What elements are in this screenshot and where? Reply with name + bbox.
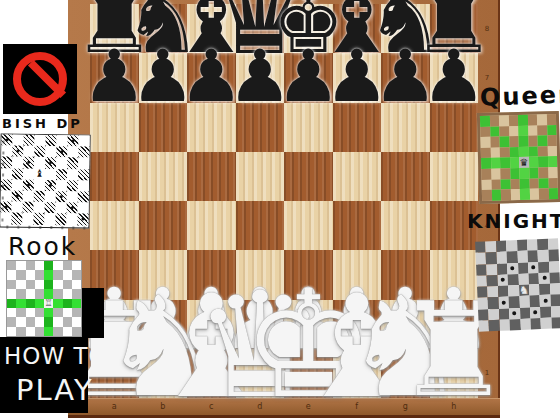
mini-cell	[72, 299, 81, 308]
mini-cell: ♖	[44, 299, 53, 308]
mini-cell	[12, 146, 23, 157]
mini-coord-tick	[83, 226, 85, 229]
mini-cell	[539, 188, 549, 199]
mini-cell	[518, 115, 528, 126]
mini-cell	[63, 299, 72, 308]
mini-cell	[35, 299, 44, 308]
mini-cell	[475, 241, 486, 253]
mini-cell	[528, 262, 539, 274]
move-dot	[16, 150, 19, 153]
prohibition-icon	[13, 52, 67, 106]
mini-cell	[7, 289, 16, 298]
mini-cell	[35, 280, 44, 289]
mini-cell	[507, 263, 518, 275]
mini-cell	[501, 189, 511, 200]
mini-cell	[551, 306, 560, 318]
move-dot	[6, 139, 9, 142]
how-to-play-line2: PLAY	[16, 373, 94, 407]
mini-cell	[538, 261, 549, 273]
mini-cell	[509, 307, 520, 319]
mini-cell	[527, 239, 538, 251]
mini-cell	[496, 240, 507, 252]
move-dot	[533, 310, 537, 314]
mini-cell	[23, 179, 34, 190]
knight-moves-diagram[interactable]: ♞	[475, 238, 560, 332]
mini-cell	[78, 169, 89, 180]
mini-cell	[16, 317, 25, 326]
mini-cell	[34, 191, 45, 202]
mini-cell	[510, 179, 520, 190]
move-dot	[27, 161, 30, 164]
mini-coord-tick	[3, 140, 5, 143]
mini-cell	[499, 308, 510, 320]
mini-cell	[518, 136, 528, 147]
mini-cell	[520, 189, 530, 200]
mini-cell	[507, 251, 518, 263]
mini-cell	[539, 178, 549, 189]
mini-cell	[487, 275, 498, 287]
mini-cell	[63, 261, 72, 270]
mini-cell	[538, 250, 549, 262]
mini-coord-tick	[61, 226, 63, 229]
mini-cell	[547, 156, 557, 167]
mini-cell	[56, 180, 67, 191]
mini-cell	[519, 147, 529, 158]
mini-cell	[63, 327, 72, 336]
mini-cell	[548, 178, 558, 189]
move-dot	[511, 266, 515, 270]
mini-cell	[529, 284, 540, 296]
mini-cell	[77, 214, 88, 225]
mini-cell	[500, 147, 510, 158]
mini-cell	[7, 280, 16, 289]
mini-cell	[486, 252, 497, 264]
mini-cell	[530, 307, 541, 319]
mini-cell	[548, 238, 559, 250]
mini-cell	[26, 270, 35, 279]
mini-cell	[67, 202, 78, 213]
mini-cell	[482, 179, 492, 190]
mini-cell	[12, 157, 23, 168]
mini-cell	[550, 294, 560, 306]
mini-cell	[16, 280, 25, 289]
move-dot	[542, 276, 546, 280]
move-dot	[49, 184, 52, 187]
mini-cell	[78, 135, 89, 146]
mini-cell	[72, 261, 81, 270]
mini-cell	[551, 317, 560, 329]
mini-cell	[23, 168, 34, 179]
mini-cell	[485, 241, 496, 253]
mini-cell	[66, 214, 77, 225]
mini-cell	[72, 317, 81, 326]
queen-panel-title: Queen	[480, 80, 560, 111]
mini-cell	[528, 273, 539, 285]
mini-cell	[72, 280, 81, 289]
mini-cell	[509, 126, 519, 137]
chess-app: ♜♞♝♛♚♝♞♜♟♟♟♟♟♟♟♟♟♟♟♟♟♟♟♟♜♞♝♛♚♝♞♜ abcdefg…	[0, 0, 560, 420]
mini-cell	[537, 135, 547, 146]
mini-cell	[78, 147, 89, 158]
mini-coord-tick	[50, 226, 52, 229]
mini-cell	[510, 319, 521, 331]
mini-cell	[517, 251, 528, 263]
mini-cell	[538, 146, 548, 157]
mini-cell	[72, 270, 81, 279]
mini-cell	[489, 116, 499, 127]
mini-cell	[26, 327, 35, 336]
mini-cell	[44, 317, 53, 326]
mini-cell	[550, 283, 560, 295]
mini-cell	[538, 157, 548, 168]
mini-cell	[55, 214, 66, 225]
prohibition-slash	[28, 60, 66, 98]
mini-cell	[546, 114, 556, 125]
mini-cell	[16, 261, 25, 270]
mini-cell	[499, 126, 509, 137]
rook-panel-title: Rook	[8, 232, 77, 261]
mini-cell	[67, 191, 78, 202]
mini-cell	[510, 189, 520, 200]
mini-cell	[486, 263, 497, 275]
mini-cell	[26, 299, 35, 308]
mini-cell	[12, 135, 23, 146]
mini-coord-tick	[2, 151, 4, 154]
mini-coord-tick	[17, 225, 19, 228]
mini-coord-tick	[2, 174, 4, 177]
mini-cell	[519, 168, 529, 179]
move-dot	[71, 207, 74, 210]
mini-cell	[45, 157, 56, 168]
mini-cell	[44, 270, 53, 279]
mini-cell	[72, 327, 81, 336]
mini-cell	[56, 191, 67, 202]
mini-cell	[56, 158, 67, 169]
mini-cell	[22, 213, 33, 224]
mini-cell	[529, 178, 539, 189]
queen-moves-diagram[interactable]: ♛	[477, 111, 560, 204]
mini-cell	[12, 191, 23, 202]
move-dot	[543, 299, 547, 303]
bishop-panel-title: BISH DP	[2, 116, 88, 131]
move-dot	[501, 278, 505, 282]
mini-cell	[12, 179, 23, 190]
mini-cell	[537, 125, 547, 136]
mini-cell	[520, 318, 531, 330]
mini-cell	[478, 309, 489, 321]
mini-cell	[23, 191, 34, 202]
knight-panel-title: KNIGHT	[467, 209, 560, 233]
no-entry-button[interactable]	[3, 44, 77, 114]
mini-cell	[537, 239, 548, 251]
mini-cell	[35, 270, 44, 279]
mini-cell	[26, 308, 35, 317]
chess-board: ♜♞♝♛♚♝♞♜♟♟♟♟♟♟♟♟♟♟♟♟♟♟♟♟♜♞♝♛♚♝♞♜ abcdefg…	[68, 0, 500, 418]
mini-cell	[509, 147, 519, 158]
mini-cell	[517, 240, 528, 252]
mini-cell	[67, 135, 78, 146]
mini-cell	[476, 253, 487, 265]
mini-cell	[499, 115, 509, 126]
mini-cell	[23, 146, 34, 157]
mini-cell	[548, 188, 558, 199]
mini-cell	[499, 319, 510, 331]
mini-cell	[12, 168, 23, 179]
mini-cell	[7, 299, 16, 308]
mini-cell	[67, 158, 78, 169]
mini-cell	[490, 137, 500, 148]
mini-cell	[540, 306, 551, 318]
move-dot	[513, 311, 517, 315]
mini-cell	[7, 308, 16, 317]
mini-cell	[23, 202, 34, 213]
mini-cell	[477, 275, 488, 287]
black-pawn-icon: ♟	[421, 40, 486, 112]
mini-cell	[510, 168, 520, 179]
mini-cell	[500, 158, 510, 169]
mini-cell	[45, 146, 56, 157]
mini-cell	[530, 318, 541, 330]
mini-cell	[26, 289, 35, 298]
mini-cell	[44, 327, 53, 336]
rook-moves-diagram[interactable]: ♖	[6, 260, 82, 337]
mini-cell	[53, 308, 62, 317]
mini-cell	[45, 180, 56, 191]
mini-cell	[26, 317, 35, 326]
mini-cell	[508, 274, 519, 286]
mini-cell	[527, 115, 537, 126]
mini-cell	[508, 115, 518, 126]
mini-cell	[481, 158, 491, 169]
mini-cell	[547, 125, 557, 136]
mini-cell	[499, 136, 509, 147]
mini-cell	[44, 280, 53, 289]
mini-cell	[72, 308, 81, 317]
mini-cell	[520, 178, 530, 189]
mini-cell	[498, 297, 509, 309]
mini-coord-tick	[72, 226, 74, 229]
mini-cell	[53, 270, 62, 279]
mini-cell	[56, 135, 67, 146]
mini-cell	[34, 157, 45, 168]
move-dot	[60, 195, 63, 198]
mini-cell	[508, 285, 519, 297]
mini-cell	[78, 180, 89, 191]
mini-cell	[520, 307, 531, 319]
mini-cell	[7, 327, 16, 336]
mini-cell	[78, 191, 89, 202]
mini-cell	[34, 146, 45, 157]
mini-cell	[45, 135, 56, 146]
mini-cell	[496, 252, 507, 264]
mini-cell	[537, 114, 547, 125]
mini-cell	[547, 146, 557, 157]
mini-cell	[7, 317, 16, 326]
mini-cell: ♝	[34, 168, 45, 179]
mini-cell	[35, 289, 44, 298]
mini-cell	[488, 297, 499, 309]
mini-cell	[63, 308, 72, 317]
mini-cell	[497, 263, 508, 275]
mini-cell	[53, 327, 62, 336]
mini-cell	[529, 167, 539, 178]
mini-cell	[26, 280, 35, 289]
mini-cell	[67, 146, 78, 157]
mini-cell	[16, 327, 25, 336]
piece-white-rook-h1[interactable]: ♜	[430, 285, 479, 415]
mini-cell	[541, 317, 552, 329]
mini-cell	[509, 296, 520, 308]
mini-cell	[506, 240, 517, 252]
mini-cell	[540, 295, 551, 307]
mini-cell	[480, 116, 490, 127]
mini-cell	[480, 126, 490, 137]
mini-cell	[489, 320, 500, 332]
how-to-play-line1: HOW TO	[4, 343, 108, 369]
mini-cell: ♞	[519, 285, 530, 297]
mini-cell	[16, 289, 25, 298]
mini-cell	[35, 317, 44, 326]
mini-cell	[529, 189, 539, 200]
mini-coord-tick	[6, 225, 8, 228]
mini-cell	[491, 158, 501, 169]
mini-cell	[481, 148, 491, 159]
mini-cell	[44, 308, 53, 317]
mini-cell	[509, 136, 519, 147]
mini-cell	[549, 261, 560, 273]
mini-cell	[78, 158, 89, 169]
mini-cell	[67, 169, 78, 180]
how-to-play-button[interactable]: HOW TO PLAY	[0, 337, 88, 413]
mini-cell	[482, 190, 492, 201]
mini-cell	[16, 308, 25, 317]
mini-cell	[500, 168, 510, 179]
mini-cell	[488, 308, 499, 320]
board-pieces: ♜♞♝♛♚♝♞♜♟♟♟♟♟♟♟♟♟♟♟♟♟♟♟♟♜♞♝♛♚♝♞♜	[90, 4, 478, 398]
mini-cell	[476, 264, 487, 276]
move-dot	[49, 162, 52, 165]
mini-cell	[34, 180, 45, 191]
mini-cell	[490, 147, 500, 158]
mini-cell	[34, 202, 45, 213]
mini-cell	[78, 203, 89, 214]
move-dot	[60, 150, 63, 153]
move-dot	[502, 300, 506, 304]
mini-cell	[16, 270, 25, 279]
mini-cell	[501, 179, 511, 190]
piece-black-pawn-h7[interactable]: ♟	[430, 40, 479, 112]
mini-cell	[56, 169, 67, 180]
mini-coord-tick	[39, 226, 41, 229]
mini-cell	[477, 286, 488, 298]
mini-cell	[12, 202, 23, 213]
mini-cell	[491, 168, 501, 179]
mini-cell	[539, 284, 550, 296]
mini-cell	[53, 289, 62, 298]
mini-cell	[45, 202, 56, 213]
mini-cell	[528, 136, 538, 147]
mini-cell	[491, 190, 501, 201]
mini-cell	[11, 213, 22, 224]
mini-cell	[528, 146, 538, 157]
mini-cell	[16, 299, 25, 308]
mini-cell	[53, 261, 62, 270]
mini-coord-tick	[2, 185, 4, 188]
mini-coord-tick	[2, 207, 4, 210]
mini-cell	[547, 135, 557, 146]
mini-cell	[490, 126, 500, 137]
mini-cell	[67, 180, 78, 191]
mini-cell	[548, 249, 559, 261]
mini-cell	[23, 157, 34, 168]
mini-cell	[33, 213, 44, 224]
move-dot	[27, 184, 30, 187]
mini-cell	[548, 167, 558, 178]
mini-cell	[35, 327, 44, 336]
move-dot	[5, 206, 8, 209]
mini-cell: ♛	[519, 157, 529, 168]
bishop-icon: ♝	[34, 168, 45, 179]
mini-cell	[519, 296, 530, 308]
knight-icon: ♞	[519, 285, 530, 297]
mini-cell	[528, 125, 538, 136]
mini-cell	[53, 280, 62, 289]
mini-cell	[44, 213, 55, 224]
mini-cell	[480, 137, 490, 148]
mini-coord-tick	[2, 196, 4, 199]
mini-cell	[35, 308, 44, 317]
mini-cell	[53, 317, 62, 326]
mini-coord-tick	[2, 162, 4, 165]
mini-cell	[56, 202, 67, 213]
mini-cell	[518, 125, 528, 136]
mini-cell	[491, 179, 501, 190]
move-dot	[72, 139, 75, 142]
mini-cell	[63, 317, 72, 326]
mini-cell	[479, 320, 490, 332]
mini-cell	[63, 270, 72, 279]
mini-cell	[7, 261, 16, 270]
mini-cell	[481, 169, 491, 180]
move-dot	[16, 195, 19, 198]
mini-cell	[23, 135, 34, 146]
mini-cell	[539, 272, 550, 284]
move-dot	[81, 218, 84, 221]
rook-icon: ♖	[44, 299, 53, 308]
mini-cell	[45, 169, 56, 180]
mini-cell	[518, 262, 529, 274]
mini-cell	[63, 280, 72, 289]
mini-cell	[510, 157, 520, 168]
mini-cell	[53, 299, 62, 308]
mini-cell	[498, 285, 509, 297]
queen-icon: ♛	[519, 157, 529, 168]
mini-cell	[34, 135, 45, 146]
mini-cell	[72, 289, 81, 298]
mini-cell	[7, 270, 16, 279]
mini-cell	[528, 250, 539, 262]
mini-coord-tick	[1, 218, 3, 221]
mini-cell	[487, 286, 498, 298]
mini-cell	[45, 191, 56, 202]
mini-cell	[529, 295, 540, 307]
mini-cell	[35, 261, 44, 270]
mini-cell	[538, 167, 548, 178]
mini-cell	[63, 289, 72, 298]
bishop-moves-diagram[interactable]: ♝	[0, 133, 91, 228]
move-dot	[531, 265, 535, 269]
mini-cell	[497, 274, 508, 286]
